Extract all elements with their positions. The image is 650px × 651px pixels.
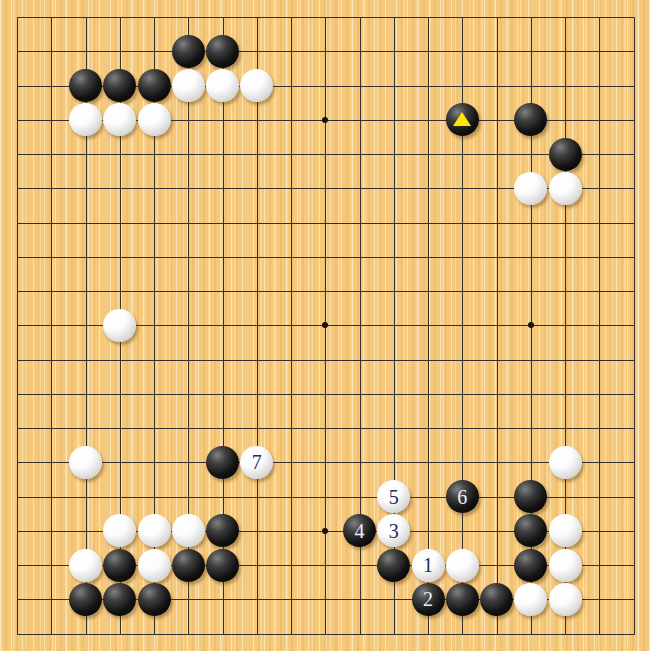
star-point [322, 528, 328, 534]
black-stone[interactable] [206, 549, 239, 582]
move-number-label: 1 [423, 555, 433, 575]
white-stone[interactable] [138, 514, 171, 547]
white-stone[interactable] [549, 549, 582, 582]
grid-line-vertical [599, 17, 600, 635]
grid-line-horizontal [17, 360, 635, 361]
white-stone[interactable] [103, 103, 136, 136]
move-number-label: 6 [457, 487, 467, 507]
white-stone[interactable] [549, 172, 582, 205]
black-stone[interactable] [172, 549, 205, 582]
white-stone[interactable] [206, 69, 239, 102]
white-stone[interactable] [69, 549, 102, 582]
black-stone[interactable] [514, 514, 547, 547]
black-stone[interactable]: 4 [343, 514, 376, 547]
black-stone[interactable] [138, 583, 171, 616]
black-stone[interactable] [446, 103, 479, 136]
move-number-label: 2 [423, 589, 433, 609]
black-stone[interactable] [549, 138, 582, 171]
black-stone[interactable] [206, 35, 239, 68]
grid-line-vertical [634, 17, 635, 635]
move-number-label: 4 [355, 521, 365, 541]
white-stone[interactable] [172, 514, 205, 547]
white-stone[interactable]: 7 [240, 446, 273, 479]
white-stone[interactable] [103, 309, 136, 342]
go-board[interactable]: 6427531 [0, 0, 650, 651]
white-stone[interactable] [549, 446, 582, 479]
white-stone[interactable] [514, 172, 547, 205]
black-stone[interactable] [69, 583, 102, 616]
grid-line-vertical [428, 17, 429, 635]
black-stone[interactable] [377, 549, 410, 582]
black-stone[interactable] [514, 103, 547, 136]
grid-line-horizontal [17, 634, 635, 635]
black-stone[interactable] [103, 583, 136, 616]
white-stone[interactable] [69, 446, 102, 479]
white-stone[interactable] [138, 549, 171, 582]
white-stone[interactable] [103, 514, 136, 547]
move-number-label: 5 [389, 487, 399, 507]
move-number-label: 3 [389, 521, 399, 541]
white-stone[interactable] [549, 583, 582, 616]
white-stone[interactable]: 5 [377, 480, 410, 513]
black-stone[interactable] [480, 583, 513, 616]
black-stone[interactable] [69, 69, 102, 102]
triangle-marker [453, 112, 471, 126]
white-stone[interactable]: 1 [412, 549, 445, 582]
move-number-label: 7 [252, 452, 262, 472]
grid-line-horizontal [17, 462, 635, 463]
black-stone[interactable]: 6 [446, 480, 479, 513]
black-stone[interactable] [206, 514, 239, 547]
white-stone[interactable] [172, 69, 205, 102]
white-stone[interactable] [240, 69, 273, 102]
black-stone[interactable] [103, 549, 136, 582]
grid-line-horizontal [17, 394, 635, 395]
star-point [322, 117, 328, 123]
white-stone[interactable]: 3 [377, 514, 410, 547]
star-point [322, 322, 328, 328]
black-stone[interactable] [138, 69, 171, 102]
grid-line-vertical [497, 17, 498, 635]
white-stone[interactable] [69, 103, 102, 136]
black-stone[interactable] [446, 583, 479, 616]
star-point [528, 322, 534, 328]
white-stone[interactable] [446, 549, 479, 582]
black-stone[interactable] [514, 549, 547, 582]
white-stone[interactable] [138, 103, 171, 136]
black-stone[interactable] [206, 446, 239, 479]
black-stone[interactable] [514, 480, 547, 513]
white-stone[interactable] [549, 514, 582, 547]
white-stone[interactable] [514, 583, 547, 616]
grid-line-horizontal [17, 428, 635, 429]
black-stone[interactable] [103, 69, 136, 102]
black-stone[interactable] [172, 35, 205, 68]
black-stone[interactable]: 2 [412, 583, 445, 616]
